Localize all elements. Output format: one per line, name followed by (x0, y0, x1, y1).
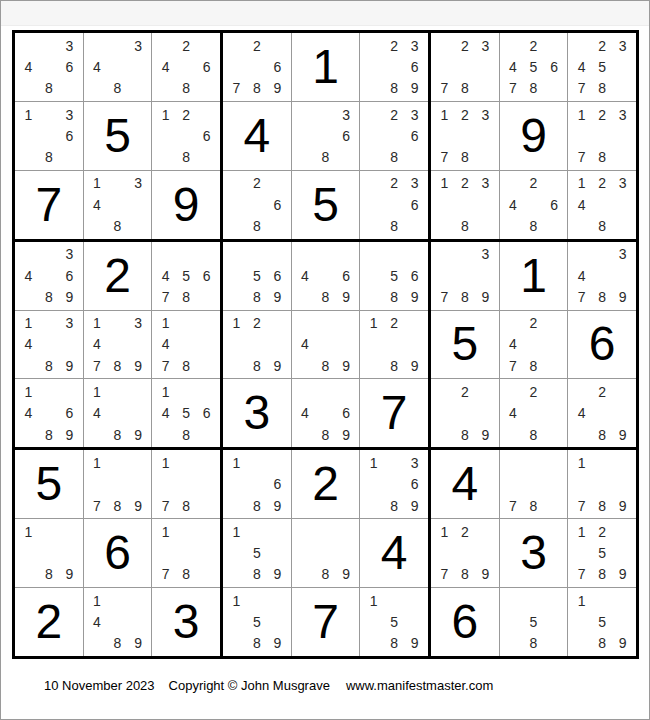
candidate-empty-slot (18, 424, 39, 445)
cell-r5c5[interactable]: 489 (292, 311, 360, 379)
cell-r1c8[interactable]: 245678 (500, 33, 568, 101)
cell-r4c7[interactable]: 3789 (431, 242, 499, 310)
candidate-digit: 3 (59, 35, 80, 56)
cell-r2c6[interactable]: 2368 (360, 102, 428, 170)
cell-r7c9[interactable]: 1789 (568, 450, 636, 518)
cell-r6c4[interactable]: 3 (223, 379, 291, 447)
candidate-digit: 2 (247, 313, 268, 334)
candidate-digit: 9 (267, 495, 288, 516)
candidate-digit: 3 (128, 173, 149, 194)
candidate-digit: 2 (592, 35, 613, 56)
candidate-digit: 8 (39, 146, 60, 167)
cell-r5c6[interactable]: 1289 (360, 311, 428, 379)
candidate-empty-slot (612, 265, 633, 286)
cell-r2c7[interactable]: 12378 (431, 102, 499, 170)
candidate-empty-slot (612, 146, 633, 167)
candidate-empty-slot (267, 244, 288, 265)
candidate-digit: 4 (155, 265, 176, 286)
candidate-digit: 8 (523, 424, 544, 445)
candidate-empty-slot (404, 244, 425, 265)
pencil-marks: 1589 (568, 588, 636, 656)
cell-r3c4[interactable]: 268 (223, 171, 291, 239)
candidate-empty-slot (87, 78, 108, 99)
pencil-marks: 489 (292, 311, 360, 379)
cell-r8c7[interactable]: 12789 (431, 519, 499, 587)
pencil-marks: 26789 (223, 33, 291, 101)
cell-r4c3[interactable]: 45678 (152, 242, 220, 310)
solved-digit: 7 (381, 389, 408, 437)
cell-r3c9[interactable]: 12348 (568, 171, 636, 239)
candidate-empty-slot (128, 403, 149, 424)
candidate-empty-slot (39, 403, 60, 424)
candidate-empty-slot (59, 521, 80, 542)
candidate-digit: 8 (592, 424, 613, 445)
candidate-empty-slot (87, 35, 108, 56)
cell-r1c3[interactable]: 2468 (152, 33, 220, 101)
solved-digit: 4 (451, 460, 478, 508)
solved-digit: 2 (312, 460, 339, 508)
candidate-empty-slot (107, 173, 128, 194)
candidate-empty-slot (363, 125, 384, 146)
candidate-empty-slot (196, 495, 217, 516)
cell-r6c7[interactable]: 289 (431, 379, 499, 447)
candidate-digit: 8 (39, 78, 60, 99)
candidate-empty-slot (336, 543, 357, 564)
cell-r7c2[interactable]: 1789 (84, 450, 152, 518)
candidate-empty-slot (226, 286, 247, 307)
cell-r7c4[interactable]: 1689 (223, 450, 291, 518)
pencil-marks: 34689 (15, 242, 83, 310)
candidate-empty-slot (336, 381, 357, 402)
candidate-digit: 2 (455, 521, 476, 542)
candidate-empty-slot (87, 215, 108, 236)
candidate-empty-slot (571, 424, 592, 445)
candidate-empty-slot (107, 452, 128, 473)
candidate-empty-slot (196, 104, 217, 125)
candidate-empty-slot (336, 313, 357, 334)
cell-r6c5[interactable]: 4689 (292, 379, 360, 447)
cell-r7c6[interactable]: 13689 (360, 450, 428, 518)
candidate-empty-slot (404, 313, 425, 334)
candidate-digit: 3 (475, 35, 496, 56)
cell-r3c5[interactable]: 5 (292, 171, 360, 239)
candidate-empty-slot (155, 543, 176, 564)
candidate-empty-slot (434, 215, 455, 236)
candidate-empty-slot (503, 173, 524, 194)
candidate-empty-slot (128, 334, 149, 355)
candidate-empty-slot (503, 381, 524, 402)
candidate-digit: 2 (384, 35, 405, 56)
candidate-empty-slot (226, 35, 247, 56)
candidate-empty-slot (384, 56, 405, 77)
pencil-marks: 14568 (152, 379, 220, 447)
cell-r1c6[interactable]: 23689 (360, 33, 428, 101)
candidate-empty-slot (176, 125, 197, 146)
candidate-empty-slot (612, 381, 633, 402)
candidate-digit: 5 (592, 56, 613, 77)
cell-r4c8[interactable]: 1 (500, 242, 568, 310)
pencil-marks: 4689 (292, 379, 360, 447)
cell-r1c9[interactable]: 234578 (568, 33, 636, 101)
candidate-digit: 8 (592, 215, 613, 236)
cell-r4c9[interactable]: 34789 (568, 242, 636, 310)
candidate-empty-slot (404, 611, 425, 632)
candidate-empty-slot (455, 194, 476, 215)
candidate-empty-slot (196, 355, 217, 376)
pencil-marks: 89 (292, 519, 360, 587)
candidate-digit: 2 (176, 104, 197, 125)
cell-r9c9[interactable]: 1589 (568, 588, 636, 656)
cell-r8c6[interactable]: 4 (360, 519, 428, 587)
pencil-marks: 1489 (84, 379, 152, 447)
candidate-empty-slot (363, 194, 384, 215)
candidate-empty-slot (128, 78, 149, 99)
candidate-empty-slot (363, 146, 384, 167)
candidate-digit: 9 (404, 633, 425, 654)
candidate-empty-slot (176, 452, 197, 473)
cell-r1c2[interactable]: 348 (84, 33, 152, 101)
pencil-marks: 289 (431, 379, 499, 447)
candidate-empty-slot (336, 244, 357, 265)
cell-r8c1[interactable]: 189 (15, 519, 83, 587)
candidate-digit: 6 (59, 56, 80, 77)
cell-r5c3[interactable]: 1478 (152, 311, 220, 379)
cell-r2c9[interactable]: 12378 (568, 102, 636, 170)
candidate-empty-slot (226, 611, 247, 632)
candidate-digit: 6 (267, 474, 288, 495)
cell-r3c2[interactable]: 1348 (84, 171, 152, 239)
solved-digit: 5 (451, 320, 478, 368)
cell-r5c9[interactable]: 6 (568, 311, 636, 379)
footer: 10 November 2023Copyright © John Musgrav… (44, 678, 493, 693)
candidate-empty-slot (107, 56, 128, 77)
pencil-marks: 14689 (15, 379, 83, 447)
candidate-digit: 1 (87, 173, 108, 194)
candidate-empty-slot (544, 495, 565, 516)
pencil-marks: 1789 (84, 450, 152, 518)
candidate-digit: 8 (455, 78, 476, 99)
candidate-digit: 6 (404, 125, 425, 146)
candidate-digit: 7 (155, 355, 176, 376)
candidate-empty-slot (404, 215, 425, 236)
candidate-empty-slot (571, 633, 592, 654)
candidate-digit: 4 (571, 403, 592, 424)
footer-website-url: www.manifestmaster.com (346, 678, 493, 693)
candidate-empty-slot (18, 355, 39, 376)
pencil-marks: 234578 (568, 33, 636, 101)
pencil-marks: 1589 (223, 588, 291, 656)
candidate-empty-slot (363, 633, 384, 654)
candidate-empty-slot (247, 474, 268, 495)
box-3-3: 47817891278931257896581589 (431, 450, 636, 656)
candidate-digit: 1 (155, 452, 176, 473)
candidate-digit: 8 (523, 78, 544, 99)
cell-r7c5[interactable]: 2 (292, 450, 360, 518)
candidate-digit: 8 (384, 78, 405, 99)
candidate-empty-slot (18, 564, 39, 585)
cell-r8c3[interactable]: 178 (152, 519, 220, 587)
candidate-digit: 8 (247, 495, 268, 516)
candidate-empty-slot (295, 521, 316, 542)
cell-r2c2[interactable]: 5 (84, 102, 152, 170)
cell-r8c9[interactable]: 125789 (568, 519, 636, 587)
candidate-empty-slot (295, 286, 316, 307)
cell-r2c4[interactable]: 4 (223, 102, 291, 170)
candidate-empty-slot (267, 590, 288, 611)
cell-r9c2[interactable]: 1489 (84, 588, 152, 656)
cell-r4c6[interactable]: 5689 (360, 242, 428, 310)
candidate-empty-slot (612, 452, 633, 473)
candidate-digit: 8 (384, 633, 405, 654)
candidate-empty-slot (18, 244, 39, 265)
cell-r4c2[interactable]: 2 (84, 242, 152, 310)
cell-r3c1[interactable]: 7 (15, 171, 83, 239)
cell-r4c4[interactable]: 5689 (223, 242, 291, 310)
cell-r9c7[interactable]: 6 (431, 588, 499, 656)
candidate-empty-slot (475, 215, 496, 236)
candidate-empty-slot (128, 381, 149, 402)
candidate-empty-slot (226, 474, 247, 495)
solved-digit: 6 (589, 320, 616, 368)
candidate-digit: 9 (404, 78, 425, 99)
candidate-empty-slot (176, 543, 197, 564)
candidate-digit: 4 (18, 403, 39, 424)
cell-r5c4[interactable]: 1289 (223, 311, 291, 379)
candidate-digit: 3 (475, 104, 496, 125)
candidate-empty-slot (18, 35, 39, 56)
cell-r8c8[interactable]: 3 (500, 519, 568, 587)
candidate-digit: 7 (155, 564, 176, 585)
pencil-marks: 45678 (152, 242, 220, 310)
cell-r7c7[interactable]: 4 (431, 450, 499, 518)
candidate-digit: 8 (247, 633, 268, 654)
candidate-digit: 1 (571, 452, 592, 473)
candidate-empty-slot (226, 334, 247, 355)
candidate-digit: 9 (267, 286, 288, 307)
candidate-digit: 2 (523, 313, 544, 334)
candidate-digit: 1 (226, 452, 247, 473)
cell-r2c8[interactable]: 9 (500, 102, 568, 170)
candidate-empty-slot (315, 104, 336, 125)
cell-r2c5[interactable]: 368 (292, 102, 360, 170)
candidate-empty-slot (434, 403, 455, 424)
candidate-empty-slot (18, 286, 39, 307)
pencil-marks: 1289 (360, 311, 428, 379)
box-2-1: 3468924567813489134789147814689148914568 (15, 242, 220, 448)
candidate-empty-slot (336, 521, 357, 542)
candidate-empty-slot (155, 78, 176, 99)
cell-r8c5[interactable]: 89 (292, 519, 360, 587)
candidate-empty-slot (247, 590, 268, 611)
candidate-empty-slot (315, 334, 336, 355)
cell-r9c1[interactable]: 2 (15, 588, 83, 656)
cell-r9c5[interactable]: 7 (292, 588, 360, 656)
candidate-digit: 9 (612, 495, 633, 516)
candidate-empty-slot (544, 334, 565, 355)
cell-r1c7[interactable]: 2378 (431, 33, 499, 101)
candidate-empty-slot (434, 56, 455, 77)
candidate-empty-slot (295, 125, 316, 146)
candidate-empty-slot (544, 633, 565, 654)
candidate-digit: 1 (18, 313, 39, 334)
candidate-empty-slot (39, 265, 60, 286)
candidate-empty-slot (434, 424, 455, 445)
candidate-empty-slot (363, 56, 384, 77)
candidate-empty-slot (523, 474, 544, 495)
candidate-digit: 8 (107, 215, 128, 236)
pencil-marks: 178 (152, 519, 220, 587)
candidate-empty-slot (128, 215, 149, 236)
cell-r7c3[interactable]: 178 (152, 450, 220, 518)
cell-r1c4[interactable]: 26789 (223, 33, 291, 101)
candidate-empty-slot (128, 452, 149, 473)
candidate-digit: 3 (612, 173, 633, 194)
cell-r9c3[interactable]: 3 (152, 588, 220, 656)
cell-r3c8[interactable]: 2468 (500, 171, 568, 239)
candidate-empty-slot (475, 194, 496, 215)
cell-r3c3[interactable]: 9 (152, 171, 220, 239)
candidate-empty-slot (18, 543, 39, 564)
cell-r6c3[interactable]: 14568 (152, 379, 220, 447)
candidate-empty-slot (226, 495, 247, 516)
candidate-empty-slot (295, 313, 316, 334)
candidate-digit: 2 (247, 173, 268, 194)
candidate-digit: 9 (336, 355, 357, 376)
candidate-empty-slot (295, 424, 316, 445)
candidate-digit: 6 (196, 403, 217, 424)
cell-r9c6[interactable]: 1589 (360, 588, 428, 656)
cell-r5c2[interactable]: 134789 (84, 311, 152, 379)
candidate-digit: 8 (176, 495, 197, 516)
cell-r1c1[interactable]: 3468 (15, 33, 83, 101)
cell-r6c8[interactable]: 248 (500, 379, 568, 447)
cell-r1c5[interactable]: 1 (292, 33, 360, 101)
candidate-empty-slot (39, 521, 60, 542)
candidate-digit: 9 (128, 355, 149, 376)
candidate-empty-slot (384, 125, 405, 146)
candidate-empty-slot (295, 146, 316, 167)
candidate-empty-slot (363, 334, 384, 355)
cell-r6c9[interactable]: 2489 (568, 379, 636, 447)
candidate-empty-slot (544, 590, 565, 611)
candidate-empty-slot (523, 452, 544, 473)
candidate-digit: 8 (107, 424, 128, 445)
cell-r2c3[interactable]: 1268 (152, 102, 220, 170)
candidate-empty-slot (434, 125, 455, 146)
candidate-digit: 8 (39, 424, 60, 445)
candidate-empty-slot (315, 543, 336, 564)
candidate-digit: 8 (455, 424, 476, 445)
candidate-digit: 4 (18, 334, 39, 355)
cell-r5c1[interactable]: 13489 (15, 311, 83, 379)
cell-r4c1[interactable]: 34689 (15, 242, 83, 310)
candidate-digit: 1 (87, 313, 108, 334)
candidate-digit: 3 (336, 104, 357, 125)
candidate-empty-slot (196, 146, 217, 167)
cell-r6c6[interactable]: 7 (360, 379, 428, 447)
candidate-digit: 5 (247, 265, 268, 286)
candidate-empty-slot (155, 125, 176, 146)
candidate-empty-slot (612, 521, 633, 542)
candidate-empty-slot (571, 474, 592, 495)
candidate-empty-slot (612, 543, 633, 564)
candidate-digit: 3 (59, 313, 80, 334)
cell-r6c2[interactable]: 1489 (84, 379, 152, 447)
candidate-digit: 5 (247, 611, 268, 632)
cell-r7c1[interactable]: 5 (15, 450, 83, 518)
cell-r7c8[interactable]: 78 (500, 450, 568, 518)
candidate-digit: 8 (523, 355, 544, 376)
candidate-empty-slot (475, 265, 496, 286)
candidate-empty-slot (295, 564, 316, 585)
solved-digit: 3 (173, 598, 200, 646)
candidate-digit: 9 (336, 424, 357, 445)
candidate-empty-slot (455, 265, 476, 286)
box-2-2: 56894689568912894891289346897 (223, 242, 428, 448)
pencil-marks: 23689 (360, 33, 428, 101)
solved-digit: 2 (35, 598, 62, 646)
candidate-empty-slot (267, 313, 288, 334)
cell-r9c8[interactable]: 58 (500, 588, 568, 656)
candidate-empty-slot (107, 313, 128, 334)
candidate-empty-slot (87, 474, 108, 495)
candidate-empty-slot (39, 104, 60, 125)
candidate-empty-slot (363, 173, 384, 194)
candidate-digit: 1 (155, 313, 176, 334)
candidate-empty-slot (226, 194, 247, 215)
cell-r5c8[interactable]: 2478 (500, 311, 568, 379)
candidate-digit: 8 (455, 146, 476, 167)
cell-r9c4[interactable]: 1589 (223, 588, 291, 656)
cell-r6c1[interactable]: 14689 (15, 379, 83, 447)
candidate-digit: 4 (87, 403, 108, 424)
candidate-empty-slot (363, 35, 384, 56)
candidate-empty-slot (176, 244, 197, 265)
candidate-digit: 4 (87, 56, 108, 77)
candidate-digit: 6 (59, 265, 80, 286)
cell-r8c4[interactable]: 1589 (223, 519, 291, 587)
candidate-digit: 6 (59, 403, 80, 424)
candidate-digit: 8 (592, 633, 613, 654)
candidate-digit: 2 (384, 173, 405, 194)
cell-r4c5[interactable]: 4689 (292, 242, 360, 310)
candidate-digit: 6 (196, 125, 217, 146)
candidate-empty-slot (196, 381, 217, 402)
cell-r8c2[interactable]: 6 (84, 519, 152, 587)
candidate-empty-slot (39, 381, 60, 402)
candidate-digit: 7 (434, 146, 455, 167)
solved-digit: 6 (104, 529, 131, 577)
candidate-empty-slot (226, 215, 247, 236)
candidate-digit: 6 (267, 194, 288, 215)
candidate-empty-slot (363, 265, 384, 286)
box-3-1: 517891781896178214893 (15, 450, 220, 656)
candidate-digit: 8 (384, 215, 405, 236)
candidate-digit: 9 (404, 355, 425, 376)
candidate-digit: 5 (176, 403, 197, 424)
candidate-digit: 9 (59, 355, 80, 376)
candidate-digit: 6 (267, 56, 288, 77)
candidate-empty-slot (544, 355, 565, 376)
cell-r3c6[interactable]: 2368 (360, 171, 428, 239)
candidate-digit: 4 (503, 194, 524, 215)
cell-r3c7[interactable]: 1238 (431, 171, 499, 239)
cell-r5c7[interactable]: 5 (431, 311, 499, 379)
candidate-empty-slot (503, 424, 524, 445)
cell-r2c1[interactable]: 1368 (15, 102, 83, 170)
candidate-empty-slot (39, 125, 60, 146)
pencil-marks: 1478 (152, 311, 220, 379)
